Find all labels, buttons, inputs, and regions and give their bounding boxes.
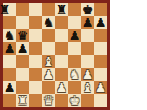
- square-f6[interactable]: ♟: [68, 29, 81, 42]
- square-c4[interactable]: [29, 55, 42, 68]
- square-a5[interactable]: ♟: [3, 42, 16, 55]
- black-rook-icon[interactable]: ♜: [0, 3, 10, 16]
- square-g7[interactable]: ♟: [81, 16, 94, 29]
- square-e7[interactable]: [55, 16, 68, 29]
- chess-board: ♜♜♚♞♟♟♞♛♟♟♟♝♟♞♟♟♟♝♟♜♛♚: [0, 0, 110, 110]
- square-c5[interactable]: [29, 42, 42, 55]
- square-e5[interactable]: [55, 42, 68, 55]
- square-g1[interactable]: [81, 94, 94, 107]
- white-rook-icon[interactable]: ♜: [17, 94, 28, 107]
- square-d7[interactable]: ♞: [42, 16, 55, 29]
- square-a4[interactable]: [3, 55, 16, 68]
- square-a2[interactable]: ♟: [3, 81, 16, 94]
- square-h6[interactable]: [94, 29, 107, 42]
- black-pawn-icon[interactable]: ♟: [4, 81, 15, 94]
- black-pawn-icon[interactable]: ♟: [17, 42, 28, 55]
- black-pawn-icon[interactable]: ♟: [4, 42, 15, 55]
- square-c1[interactable]: [29, 94, 42, 107]
- square-e4[interactable]: [55, 55, 68, 68]
- black-pawn-icon[interactable]: ♟: [95, 16, 106, 29]
- square-e2[interactable]: ♟: [55, 81, 68, 94]
- white-pawn-icon[interactable]: ♟: [43, 68, 54, 81]
- square-b8[interactable]: [16, 3, 29, 16]
- square-c3[interactable]: [29, 68, 42, 81]
- square-g6[interactable]: [81, 29, 94, 42]
- square-b3[interactable]: [16, 68, 29, 81]
- square-c8[interactable]: [29, 3, 42, 16]
- white-queen-icon[interactable]: ♛: [43, 94, 54, 107]
- white-pawn-icon[interactable]: ♟: [95, 81, 106, 94]
- square-h1[interactable]: [94, 94, 107, 107]
- square-d6[interactable]: [42, 29, 55, 42]
- chess-diagram-page: ♜♜♚♞♟♟♞♛♟♟♟♝♟♞♟♟♟♝♟♜♛♚: [0, 0, 147, 110]
- square-f3[interactable]: ♞: [68, 68, 81, 81]
- square-f1[interactable]: ♚: [68, 94, 81, 107]
- square-h7[interactable]: ♟: [94, 16, 107, 29]
- square-a8[interactable]: ♜: [3, 3, 16, 16]
- square-d3[interactable]: ♟: [42, 68, 55, 81]
- square-g5[interactable]: [81, 42, 94, 55]
- square-a1[interactable]: [3, 94, 16, 107]
- white-knight-icon[interactable]: ♞: [69, 68, 80, 81]
- white-king-icon[interactable]: ♚: [69, 94, 80, 107]
- square-e1[interactable]: [55, 94, 68, 107]
- square-f5[interactable]: [68, 42, 81, 55]
- square-h2[interactable]: ♟: [94, 81, 107, 94]
- black-rook-icon[interactable]: ♜: [56, 3, 67, 16]
- square-d1[interactable]: ♛: [42, 94, 55, 107]
- white-pawn-icon[interactable]: ♟: [56, 81, 67, 94]
- square-b4[interactable]: [16, 55, 29, 68]
- square-h5[interactable]: [94, 42, 107, 55]
- square-h4[interactable]: [94, 55, 107, 68]
- square-e8[interactable]: ♜: [55, 3, 68, 16]
- white-bishop-icon[interactable]: ♝: [82, 81, 93, 94]
- square-b1[interactable]: ♜: [16, 94, 29, 107]
- square-c6[interactable]: [29, 29, 42, 42]
- square-f8[interactable]: [68, 3, 81, 16]
- black-pawn-icon[interactable]: ♟: [82, 16, 93, 29]
- square-g2[interactable]: ♝: [81, 81, 94, 94]
- square-c7[interactable]: [29, 16, 42, 29]
- black-pawn-icon[interactable]: ♟: [69, 29, 80, 42]
- square-b5[interactable]: ♟: [16, 42, 29, 55]
- square-e6[interactable]: [55, 29, 68, 42]
- square-c2[interactable]: [29, 81, 42, 94]
- black-knight-icon[interactable]: ♞: [43, 16, 54, 29]
